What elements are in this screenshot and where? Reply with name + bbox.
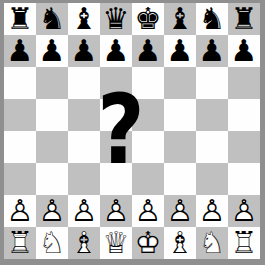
black-rook: ♜	[228, 3, 260, 35]
square-b2[interactable]: ♟♙	[36, 195, 68, 227]
square-h3[interactable]	[228, 163, 260, 195]
square-h5[interactable]	[228, 99, 260, 131]
white-queen: ♕	[100, 227, 132, 259]
square-f1[interactable]: ♝♗	[164, 227, 196, 259]
white-pawn: ♙	[68, 195, 100, 227]
white-pawn: ♙	[4, 195, 36, 227]
square-a3[interactable]	[4, 163, 36, 195]
black-pawn: ♟	[100, 35, 132, 67]
black-pawn: ♟	[196, 35, 228, 67]
square-g1[interactable]: ♞♘	[196, 227, 228, 259]
square-d3[interactable]	[100, 163, 132, 195]
white-bishop: ♗	[164, 227, 196, 259]
square-g6[interactable]	[196, 67, 228, 99]
square-e8[interactable]: ♚	[132, 3, 164, 35]
square-h4[interactable]	[228, 131, 260, 163]
square-b4[interactable]	[36, 131, 68, 163]
square-h7[interactable]: ♟	[228, 35, 260, 67]
square-b5[interactable]	[36, 99, 68, 131]
square-g7[interactable]: ♟	[196, 35, 228, 67]
black-pawn: ♟	[68, 35, 100, 67]
square-g2[interactable]: ♟♙	[196, 195, 228, 227]
square-f4[interactable]	[164, 131, 196, 163]
square-f6[interactable]	[164, 67, 196, 99]
square-e4[interactable]	[132, 131, 164, 163]
square-e6[interactable]	[132, 67, 164, 99]
square-d4[interactable]	[100, 131, 132, 163]
black-rook: ♜	[4, 3, 36, 35]
square-b1[interactable]: ♞♘	[36, 227, 68, 259]
black-bishop: ♝	[68, 3, 100, 35]
square-c4[interactable]	[68, 131, 100, 163]
square-a2[interactable]: ♟♙	[4, 195, 36, 227]
square-e1[interactable]: ♚♔	[132, 227, 164, 259]
chess-board: ♜♞♝♛♚♝♞♜♟♟♟♟♟♟♟♟♟♙♟♙♟♙♟♙♟♙♟♙♟♙♟♙♜♖♞♘♝♗♛♕…	[4, 3, 260, 259]
white-knight: ♘	[196, 227, 228, 259]
black-pawn: ♟	[228, 35, 260, 67]
square-d5[interactable]	[100, 99, 132, 131]
square-b8[interactable]: ♞	[36, 3, 68, 35]
square-f7[interactable]: ♟	[164, 35, 196, 67]
white-pawn: ♙	[196, 195, 228, 227]
square-f5[interactable]	[164, 99, 196, 131]
square-d8[interactable]: ♛	[100, 3, 132, 35]
square-f2[interactable]: ♟♙	[164, 195, 196, 227]
square-b6[interactable]	[36, 67, 68, 99]
square-c3[interactable]	[68, 163, 100, 195]
black-knight: ♞	[196, 3, 228, 35]
white-rook: ♖	[4, 227, 36, 259]
square-d7[interactable]: ♟	[100, 35, 132, 67]
square-g3[interactable]	[196, 163, 228, 195]
black-pawn: ♟	[4, 35, 36, 67]
square-g5[interactable]	[196, 99, 228, 131]
white-bishop: ♗	[68, 227, 100, 259]
square-c1[interactable]: ♝♗	[68, 227, 100, 259]
square-h8[interactable]: ♜	[228, 3, 260, 35]
black-knight: ♞	[36, 3, 68, 35]
square-g8[interactable]: ♞	[196, 3, 228, 35]
chess-diagram: ♜♞♝♛♚♝♞♜♟♟♟♟♟♟♟♟♟♙♟♙♟♙♟♙♟♙♟♙♟♙♟♙♜♖♞♘♝♗♛♕…	[0, 0, 265, 265]
white-pawn: ♙	[36, 195, 68, 227]
black-king: ♚	[132, 3, 164, 35]
square-c5[interactable]	[68, 99, 100, 131]
square-b7[interactable]: ♟	[36, 35, 68, 67]
square-h6[interactable]	[228, 67, 260, 99]
square-a6[interactable]	[4, 67, 36, 99]
square-f8[interactable]: ♝	[164, 3, 196, 35]
white-pawn: ♙	[164, 195, 196, 227]
square-c8[interactable]: ♝	[68, 3, 100, 35]
square-a8[interactable]: ♜	[4, 3, 36, 35]
white-pawn: ♙	[100, 195, 132, 227]
square-b3[interactable]	[36, 163, 68, 195]
square-c7[interactable]: ♟	[68, 35, 100, 67]
square-h2[interactable]: ♟♙	[228, 195, 260, 227]
square-h1[interactable]: ♜♖	[228, 227, 260, 259]
square-g4[interactable]	[196, 131, 228, 163]
black-queen: ♛	[100, 3, 132, 35]
square-f3[interactable]	[164, 163, 196, 195]
white-pawn: ♙	[132, 195, 164, 227]
square-d6[interactable]	[100, 67, 132, 99]
square-d2[interactable]: ♟♙	[100, 195, 132, 227]
white-knight: ♘	[36, 227, 68, 259]
square-a7[interactable]: ♟	[4, 35, 36, 67]
square-c2[interactable]: ♟♙	[68, 195, 100, 227]
black-pawn: ♟	[36, 35, 68, 67]
square-a5[interactable]	[4, 99, 36, 131]
square-a1[interactable]: ♜♖	[4, 227, 36, 259]
white-rook: ♖	[228, 227, 260, 259]
black-pawn: ♟	[132, 35, 164, 67]
square-e7[interactable]: ♟	[132, 35, 164, 67]
white-pawn: ♙	[228, 195, 260, 227]
square-c6[interactable]	[68, 67, 100, 99]
black-bishop: ♝	[164, 3, 196, 35]
square-e3[interactable]	[132, 163, 164, 195]
square-d1[interactable]: ♛♕	[100, 227, 132, 259]
square-e5[interactable]	[132, 99, 164, 131]
square-e2[interactable]: ♟♙	[132, 195, 164, 227]
white-king: ♔	[132, 227, 164, 259]
black-pawn: ♟	[164, 35, 196, 67]
square-a4[interactable]	[4, 131, 36, 163]
